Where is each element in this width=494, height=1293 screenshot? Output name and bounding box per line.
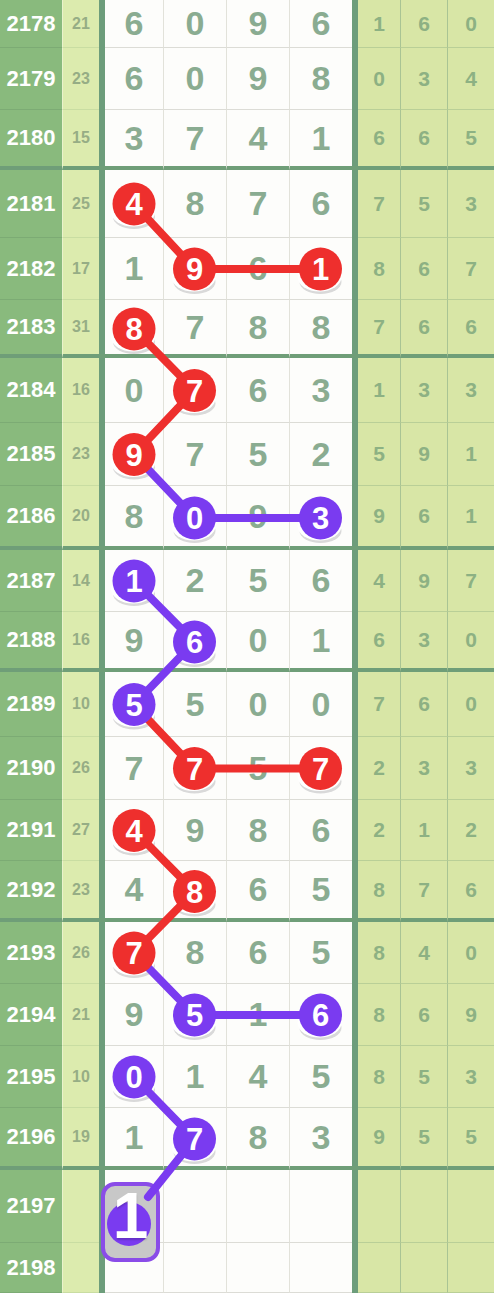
- tail-digit-cell: 9: [400, 423, 447, 486]
- digit-cell: 6: [226, 861, 289, 922]
- tail-digit-cell: 6: [400, 984, 447, 1046]
- digit-cell: [163, 612, 226, 672]
- tail-digit-cell: 1: [400, 800, 447, 861]
- trend-row: 219326865840: [0, 922, 494, 984]
- digit-cell: [105, 1046, 163, 1108]
- tail-digit-cell: 7: [358, 672, 400, 737]
- tail-digit-cell: 8: [358, 922, 400, 984]
- digit-cell: [163, 1108, 226, 1170]
- trend-row: 219619183955: [0, 1108, 494, 1170]
- period-cell: 2196: [0, 1108, 62, 1170]
- digit-cell: 0: [163, 48, 226, 110]
- tail-digit-cell: 1: [358, 358, 400, 423]
- tail-digit-cell: 1: [447, 423, 494, 486]
- sum-cell: 23: [62, 48, 99, 110]
- trend-row: 218416063133: [0, 358, 494, 423]
- trend-row: 218523752591: [0, 423, 494, 486]
- digit-cell: [105, 800, 163, 861]
- period-cell: 2183: [0, 300, 62, 358]
- tail-digit-cell: 8: [358, 984, 400, 1046]
- tail-digit-cell: 3: [400, 612, 447, 672]
- period-cell: 2181: [0, 170, 62, 238]
- tail-digit-cell: 6: [400, 672, 447, 737]
- period-cell: 2187: [0, 550, 62, 612]
- trend-row: 21902675233: [0, 737, 494, 800]
- digit-cell: 5: [163, 672, 226, 737]
- trend-row: 21821716867: [0, 238, 494, 300]
- digit-cell: [289, 486, 352, 550]
- digit-cell: [226, 1170, 289, 1243]
- digit-cell: [163, 486, 226, 550]
- digit-cell: 6: [105, 48, 163, 110]
- sum-cell: 31: [62, 300, 99, 358]
- digit-cell: 6: [226, 238, 289, 300]
- digit-cell: [105, 423, 163, 486]
- digit-cell: 2: [163, 550, 226, 612]
- period-cell: 2185: [0, 423, 62, 486]
- digit-cell: 8: [163, 922, 226, 984]
- sum-cell: 15: [62, 110, 99, 170]
- digit-cell: 9: [105, 612, 163, 672]
- digit-cell: 0: [226, 612, 289, 672]
- digit-cell: [289, 238, 352, 300]
- tail-digit-cell: 8: [358, 861, 400, 922]
- sum-cell: 10: [62, 672, 99, 737]
- digit-cell: 5: [226, 737, 289, 800]
- tail-digit-cell: 2: [358, 737, 400, 800]
- tail-digit-cell: 9: [358, 1108, 400, 1170]
- tail-digit-cell: 6: [400, 110, 447, 170]
- sum-cell: 16: [62, 612, 99, 672]
- tail-digit-cell: 0: [447, 612, 494, 672]
- digit-cell: 0: [163, 0, 226, 48]
- digit-cell: 7: [226, 170, 289, 238]
- tail-digit-cell: 0: [358, 48, 400, 110]
- tail-digit-cell: [400, 1170, 447, 1243]
- tail-digit-cell: 3: [400, 737, 447, 800]
- trend-row: 218910500760: [0, 672, 494, 737]
- tail-digit-cell: 6: [358, 612, 400, 672]
- digit-cell: [163, 238, 226, 300]
- tail-digit-cell: 0: [447, 922, 494, 984]
- digit-cell: 0: [105, 358, 163, 423]
- tail-digit-cell: 7: [400, 861, 447, 922]
- period-cell: 2188: [0, 612, 62, 672]
- digit-cell: 5: [226, 423, 289, 486]
- tail-digit-cell: 7: [447, 550, 494, 612]
- digit-cell: 0: [289, 672, 352, 737]
- trend-row: 2197: [0, 1170, 494, 1243]
- tail-digit-cell: 4: [400, 922, 447, 984]
- sum-cell: 26: [62, 737, 99, 800]
- tail-digit-cell: 7: [447, 238, 494, 300]
- digit-cell: 7: [105, 737, 163, 800]
- digit-cell: 6: [226, 358, 289, 423]
- digit-cell: [289, 984, 352, 1046]
- digit-cell: [289, 737, 352, 800]
- period-cell: 2198: [0, 1243, 62, 1293]
- digit-cell: [163, 984, 226, 1046]
- digit-cell: 4: [226, 1046, 289, 1108]
- digit-cell: 6: [105, 0, 163, 48]
- digit-cell: [105, 550, 163, 612]
- sum-cell: 26: [62, 922, 99, 984]
- tail-digit-cell: 6: [400, 486, 447, 550]
- digit-cell: 9: [226, 486, 289, 550]
- sum-cell: 23: [62, 861, 99, 922]
- tail-digit-cell: [447, 1243, 494, 1293]
- digit-cell: 8: [289, 300, 352, 358]
- tail-digit-cell: 9: [358, 486, 400, 550]
- sum-cell: [62, 1170, 99, 1243]
- tail-digit-cell: 6: [400, 0, 447, 48]
- digit-cell: 8: [105, 486, 163, 550]
- digit-cell: [289, 1243, 352, 1293]
- digit-cell: [105, 922, 163, 984]
- prediction-digit: 1: [105, 1182, 156, 1252]
- trend-row: 219127986212: [0, 800, 494, 861]
- digit-cell: 3: [289, 1108, 352, 1170]
- tail-digit-cell: 5: [447, 1108, 494, 1170]
- period-cell: 2179: [0, 48, 62, 110]
- period-cell: 2189: [0, 672, 62, 737]
- tail-digit-cell: 2: [447, 800, 494, 861]
- sum-cell: 25: [62, 170, 99, 238]
- sum-cell: 14: [62, 550, 99, 612]
- digit-cell: [163, 358, 226, 423]
- tail-digit-cell: 3: [400, 48, 447, 110]
- tail-digit-cell: [358, 1170, 400, 1243]
- period-cell: 2193: [0, 922, 62, 984]
- digit-cell: 6: [289, 800, 352, 861]
- period-cell: 2191: [0, 800, 62, 861]
- period-cell: 2184: [0, 358, 62, 423]
- sum-cell: 21: [62, 984, 99, 1046]
- digit-cell: 1: [105, 238, 163, 300]
- sum-cell: 20: [62, 486, 99, 550]
- tail-digit-cell: 9: [447, 984, 494, 1046]
- trend-row: 2198: [0, 1243, 494, 1293]
- tail-digit-cell: [358, 1243, 400, 1293]
- tail-digit-cell: 6: [400, 238, 447, 300]
- tail-digit-cell: 9: [400, 550, 447, 612]
- digit-cell: [163, 1243, 226, 1293]
- trend-row: 2179236098034: [0, 48, 494, 110]
- tail-digit-cell: 4: [447, 48, 494, 110]
- trend-row: 218816901630: [0, 612, 494, 672]
- trend-row: 218331788766: [0, 300, 494, 358]
- digit-cell: [289, 1170, 352, 1243]
- tail-digit-cell: 6: [447, 300, 494, 358]
- sum-cell: 16: [62, 358, 99, 423]
- period-cell: 2197: [0, 1170, 62, 1243]
- tail-digit-cell: 3: [447, 170, 494, 238]
- digit-cell: 6: [289, 170, 352, 238]
- digit-cell: 9: [163, 800, 226, 861]
- tail-digit-cell: 6: [447, 861, 494, 922]
- digit-cell: 8: [289, 48, 352, 110]
- digit-cell: 5: [226, 550, 289, 612]
- tail-digit-cell: 3: [447, 737, 494, 800]
- digit-cell: 7: [163, 300, 226, 358]
- sum-cell: 10: [62, 1046, 99, 1108]
- tail-digit-cell: 5: [358, 423, 400, 486]
- period-cell: 2180: [0, 110, 62, 170]
- rows-container: 2178216096160217923609803421801537416652…: [0, 0, 494, 1293]
- tail-digit-cell: 4: [358, 550, 400, 612]
- period-cell: 2182: [0, 238, 62, 300]
- digit-cell: [105, 672, 163, 737]
- digit-cell: 4: [105, 861, 163, 922]
- digit-cell: 1: [289, 612, 352, 672]
- digit-cell: 5: [289, 861, 352, 922]
- digit-cell: 6: [226, 922, 289, 984]
- tail-digit-cell: 5: [447, 110, 494, 170]
- tail-digit-cell: 3: [447, 358, 494, 423]
- tail-digit-cell: 5: [400, 170, 447, 238]
- digit-cell: [105, 170, 163, 238]
- sum-cell: 27: [62, 800, 99, 861]
- tail-digit-cell: 1: [358, 0, 400, 48]
- digit-cell: 8: [226, 1108, 289, 1170]
- digit-cell: 6: [289, 0, 352, 48]
- digit-cell: 1: [163, 1046, 226, 1108]
- sum-cell: 17: [62, 238, 99, 300]
- tail-digit-cell: 3: [400, 358, 447, 423]
- digit-cell: 5: [289, 922, 352, 984]
- digit-cell: 1: [226, 984, 289, 1046]
- sum-cell: [62, 1243, 99, 1293]
- tail-digit-cell: 6: [358, 110, 400, 170]
- tail-digit-cell: 3: [447, 1046, 494, 1108]
- digit-cell: 6: [289, 550, 352, 612]
- trend-chart-board: 2178216096160217923609803421801537416652…: [0, 0, 494, 1293]
- tail-digit-cell: 8: [358, 238, 400, 300]
- trend-row: 218714256497: [0, 550, 494, 612]
- trend-row: 218125876753: [0, 170, 494, 238]
- tail-digit-cell: 5: [400, 1046, 447, 1108]
- trend-row: 21862089961: [0, 486, 494, 550]
- tail-digit-cell: 5: [400, 1108, 447, 1170]
- digit-cell: 1: [105, 1108, 163, 1170]
- tail-digit-cell: 0: [447, 0, 494, 48]
- digit-cell: 3: [289, 358, 352, 423]
- trend-row: 219223465876: [0, 861, 494, 922]
- tail-digit-cell: [447, 1170, 494, 1243]
- tail-digit-cell: [400, 1243, 447, 1293]
- prediction-cell[interactable]: 1: [101, 1182, 160, 1262]
- digit-cell: 3: [105, 110, 163, 170]
- tail-digit-cell: 2: [358, 800, 400, 861]
- digit-cell: 5: [289, 1046, 352, 1108]
- digit-cell: 9: [226, 0, 289, 48]
- tail-digit-cell: 1: [447, 486, 494, 550]
- tail-digit-cell: 8: [358, 1046, 400, 1108]
- tail-digit-cell: 7: [358, 170, 400, 238]
- digit-cell: [163, 1170, 226, 1243]
- digit-cell: 8: [163, 170, 226, 238]
- trend-row: 2180153741665: [0, 110, 494, 170]
- digit-cell: 2: [289, 423, 352, 486]
- sum-cell: 21: [62, 0, 99, 48]
- digit-cell: 1: [289, 110, 352, 170]
- period-cell: 2190: [0, 737, 62, 800]
- trend-row: 219510145853: [0, 1046, 494, 1108]
- tail-digit-cell: 0: [447, 672, 494, 737]
- digit-cell: [226, 1243, 289, 1293]
- tail-digit-cell: 7: [358, 300, 400, 358]
- digit-cell: [163, 861, 226, 922]
- digit-cell: 8: [226, 800, 289, 861]
- period-cell: 2178: [0, 0, 62, 48]
- tail-digit-cell: 6: [400, 300, 447, 358]
- sum-cell: 19: [62, 1108, 99, 1170]
- period-cell: 2192: [0, 861, 62, 922]
- digit-cell: 7: [163, 110, 226, 170]
- period-cell: 2195: [0, 1046, 62, 1108]
- digit-cell: [105, 300, 163, 358]
- digit-cell: 4: [226, 110, 289, 170]
- digit-cell: 0: [226, 672, 289, 737]
- digit-cell: [163, 737, 226, 800]
- digit-cell: 7: [163, 423, 226, 486]
- trend-row: 21942191869: [0, 984, 494, 1046]
- sum-cell: 23: [62, 423, 99, 486]
- trend-row: 2178216096160: [0, 0, 494, 48]
- period-cell: 2186: [0, 486, 62, 550]
- period-cell: 2194: [0, 984, 62, 1046]
- digit-cell: 9: [105, 984, 163, 1046]
- digit-cell: 8: [226, 300, 289, 358]
- digit-cell: 9: [226, 48, 289, 110]
